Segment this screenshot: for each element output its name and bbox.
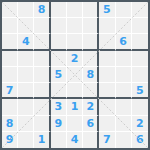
cell-r5c8[interactable] (116, 67, 132, 83)
cell-r2c2[interactable] (18, 18, 34, 34)
cell-r4c9[interactable] (132, 51, 148, 67)
cell-r9c5[interactable]: 4 (67, 132, 83, 148)
cell-r5c5[interactable] (67, 67, 83, 83)
cell-r3c1[interactable] (2, 34, 18, 50)
cell-r1c5[interactable] (67, 2, 83, 18)
cell-r1c6[interactable] (83, 2, 99, 18)
cell-r9c7[interactable]: 7 (99, 132, 115, 148)
cell-r4c2[interactable] (18, 51, 34, 67)
cell-r2c5[interactable] (67, 18, 83, 34)
cell-r4c5[interactable]: 2 (67, 51, 83, 67)
cell-r6c4[interactable] (51, 83, 67, 99)
cell-r6c1[interactable]: 7 (2, 83, 18, 99)
cell-r1c3[interactable]: 8 (34, 2, 50, 18)
cell-r1c2[interactable] (18, 2, 34, 18)
cell-r6c7[interactable] (99, 83, 115, 99)
cell-r9c8[interactable] (116, 132, 132, 148)
cell-r7c7[interactable] (99, 99, 115, 115)
cell-r2c7[interactable] (99, 18, 115, 34)
cell-r6c5[interactable] (67, 83, 83, 99)
cell-r7c3[interactable] (34, 99, 50, 115)
cell-r3c2[interactable]: 4 (18, 34, 34, 50)
cell-r7c1[interactable] (2, 99, 18, 115)
cell-r4c1[interactable] (2, 51, 18, 67)
cell-r1c1[interactable] (2, 2, 18, 18)
cell-r2c6[interactable] (83, 18, 99, 34)
cell-r2c1[interactable] (2, 18, 18, 34)
sudoku-page: 854625875312896291476 (0, 0, 150, 150)
cell-r7c2[interactable] (18, 99, 34, 115)
cell-r7c5[interactable]: 1 (67, 99, 83, 115)
cell-r2c8[interactable] (116, 18, 132, 34)
cell-r5c1[interactable] (2, 67, 18, 83)
cell-r4c7[interactable] (99, 51, 115, 67)
cell-r5c9[interactable] (132, 67, 148, 83)
cell-r4c6[interactable] (83, 51, 99, 67)
cell-r7c9[interactable] (132, 99, 148, 115)
cell-r6c6[interactable] (83, 83, 99, 99)
cell-r1c7[interactable]: 5 (99, 2, 115, 18)
cell-r7c6[interactable]: 2 (83, 99, 99, 115)
cell-r2c9[interactable] (132, 18, 148, 34)
cell-r6c3[interactable] (34, 83, 50, 99)
cell-r4c8[interactable] (116, 51, 132, 67)
cell-r8c1[interactable]: 8 (2, 116, 18, 132)
cell-r2c3[interactable] (34, 18, 50, 34)
cell-r8c4[interactable]: 9 (51, 116, 67, 132)
cell-r3c7[interactable] (99, 34, 115, 50)
cell-r9c2[interactable] (18, 132, 34, 148)
cell-r9c3[interactable]: 1 (34, 132, 50, 148)
cell-r5c2[interactable] (18, 67, 34, 83)
cell-r6c8[interactable] (116, 83, 132, 99)
cell-r7c8[interactable] (116, 99, 132, 115)
cell-r3c9[interactable] (132, 34, 148, 50)
cell-r9c1[interactable]: 9 (2, 132, 18, 148)
cell-r9c6[interactable] (83, 132, 99, 148)
cell-r7c4[interactable]: 3 (51, 99, 67, 115)
cell-r8c2[interactable] (18, 116, 34, 132)
cell-r8c9[interactable]: 2 (132, 116, 148, 132)
cell-r3c4[interactable] (51, 34, 67, 50)
cell-r5c4[interactable]: 5 (51, 67, 67, 83)
cell-r4c4[interactable] (51, 51, 67, 67)
cell-r8c3[interactable] (34, 116, 50, 132)
cell-r3c8[interactable]: 6 (116, 34, 132, 50)
sudoku-board: 854625875312896291476 (0, 0, 150, 150)
cell-r6c2[interactable] (18, 83, 34, 99)
cell-r3c5[interactable] (67, 34, 83, 50)
cell-r8c6[interactable]: 6 (83, 116, 99, 132)
cell-r1c8[interactable] (116, 2, 132, 18)
cell-r5c7[interactable] (99, 67, 115, 83)
cell-r8c7[interactable] (99, 116, 115, 132)
cell-r5c6[interactable]: 8 (83, 67, 99, 83)
cell-r5c3[interactable] (34, 67, 50, 83)
cell-r1c9[interactable] (132, 2, 148, 18)
cell-r8c5[interactable] (67, 116, 83, 132)
cell-r4c3[interactable] (34, 51, 50, 67)
cell-r6c9[interactable]: 5 (132, 83, 148, 99)
cell-r2c4[interactable] (51, 18, 67, 34)
cell-r3c6[interactable] (83, 34, 99, 50)
cell-r9c4[interactable] (51, 132, 67, 148)
cell-r3c3[interactable] (34, 34, 50, 50)
cell-r1c4[interactable] (51, 2, 67, 18)
cell-r8c8[interactable] (116, 116, 132, 132)
cell-r9c9[interactable]: 6 (132, 132, 148, 148)
